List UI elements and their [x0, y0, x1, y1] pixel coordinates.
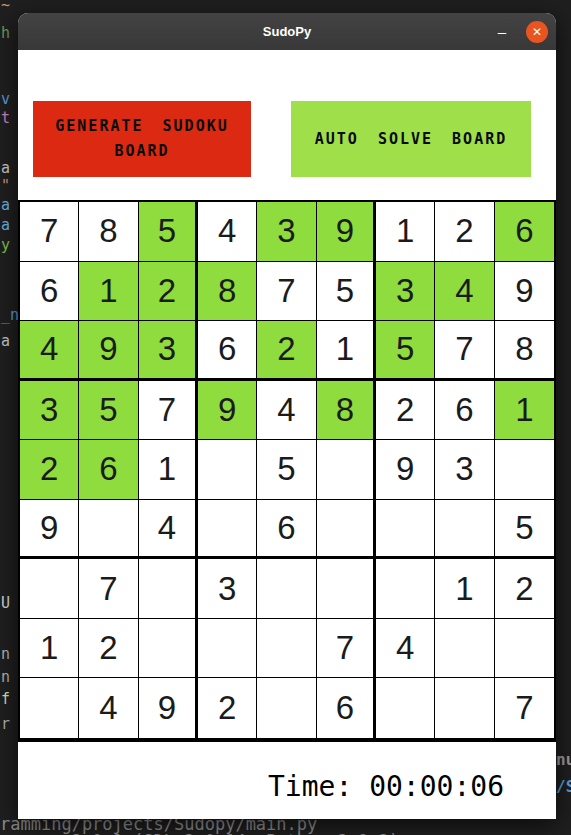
editor-code-char: a	[1, 332, 10, 350]
sudoku-cell[interactable]: 5	[139, 202, 198, 262]
sudoku-cell[interactable]: 2	[198, 678, 257, 738]
sudoku-cell[interactable]: 5	[317, 262, 376, 322]
window-controls: – ✕	[491, 13, 548, 50]
sudoku-cell[interactable]: 7	[20, 202, 79, 262]
sudoku-cell[interactable]: 1	[317, 321, 376, 381]
editor-code-char: U	[1, 594, 10, 612]
sudoku-cell[interactable]: 1	[435, 559, 494, 619]
sudoku-cell[interactable]: 8	[317, 381, 376, 441]
sudoku-cell[interactable]	[139, 559, 198, 619]
generate-board-button[interactable]: GENERATE SUDOKU BOARD	[33, 101, 251, 177]
close-button[interactable]: ✕	[526, 21, 548, 43]
sudoku-cell[interactable]: 9	[198, 381, 257, 441]
sudoku-cell[interactable]	[495, 440, 554, 500]
editor-code-char: t	[1, 109, 10, 127]
sudoku-cell[interactable]: 9	[317, 202, 376, 262]
sudoku-cell[interactable]	[495, 619, 554, 679]
window-content: GENERATE SUDOKU BOARD AUTO SOLVE BOARD 7…	[18, 50, 556, 819]
sudoku-cell[interactable]: 7	[79, 559, 138, 619]
sudoku-cell[interactable]	[376, 559, 435, 619]
editor-code-char: a	[1, 216, 10, 234]
editor-code-char: v	[1, 90, 10, 108]
editor-code-char: _n	[1, 306, 19, 324]
sudoku-cell[interactable]: 9	[376, 440, 435, 500]
editor-code-char: a	[1, 159, 10, 177]
sudoku-cell[interactable]	[317, 500, 376, 560]
sudoku-cell[interactable]	[317, 440, 376, 500]
editor-text-fragment: /S	[556, 777, 571, 796]
sudoku-cell[interactable]: 9	[495, 262, 554, 322]
sudoku-cell[interactable]: 9	[79, 321, 138, 381]
sudoku-cell[interactable]	[198, 500, 257, 560]
sudoku-cell[interactable]: 2	[139, 262, 198, 322]
editor-text-fragment: nu	[556, 750, 571, 769]
sudoku-cell[interactable]: 1	[495, 381, 554, 441]
auto-solve-button[interactable]: AUTO SOLVE BOARD	[291, 101, 531, 177]
sudoku-cell[interactable]: 3	[257, 202, 316, 262]
sudoku-cell[interactable]	[317, 559, 376, 619]
sudoku-cell[interactable]	[376, 500, 435, 560]
sudoku-cell[interactable]: 6	[257, 500, 316, 560]
sudoku-cell[interactable]: 8	[495, 321, 554, 381]
sudoku-cell[interactable]: 7	[257, 262, 316, 322]
sudoku-cell[interactable]: 6	[198, 321, 257, 381]
sudoku-cell[interactable]: 4	[139, 500, 198, 560]
editor-code-char: n	[1, 645, 10, 663]
sudoku-cell[interactable]: 4	[79, 678, 138, 738]
editor-code-char: a	[1, 196, 10, 214]
action-buttons-row: GENERATE SUDOKU BOARD AUTO SOLVE BOARD	[18, 101, 556, 177]
sudoku-cell[interactable]: 4	[198, 202, 257, 262]
sudoku-cell[interactable]: 4	[20, 321, 79, 381]
sudoku-cell[interactable]: 6	[435, 381, 494, 441]
sudoku-cell[interactable]: 2	[257, 321, 316, 381]
sudoku-cell[interactable]: 1	[376, 202, 435, 262]
sudoku-cell[interactable]	[376, 678, 435, 738]
sudoku-cell[interactable]: 2	[495, 559, 554, 619]
sudoku-cell[interactable]	[139, 619, 198, 679]
sudoku-cell[interactable]: 5	[79, 381, 138, 441]
sudoku-cell[interactable]	[435, 678, 494, 738]
close-icon: ✕	[532, 21, 542, 43]
sudoku-board: 7854391266128753494936215783579482612615…	[18, 200, 556, 742]
console-pygame-line: pygame 2.0.1 (SDL 2.0.14, Python 3.9.2)	[0, 831, 399, 835]
sudoku-cell[interactable]: 2	[20, 440, 79, 500]
sudoku-cell[interactable]	[257, 559, 316, 619]
sudoku-cell[interactable]: 9	[139, 678, 198, 738]
minimize-button[interactable]: –	[491, 21, 513, 43]
sudoku-cell[interactable]: 3	[139, 321, 198, 381]
timer-bar: Time: 00:00:06	[18, 742, 556, 819]
sudoku-cell[interactable]: 7	[139, 381, 198, 441]
sudoku-cell[interactable]	[257, 678, 316, 738]
sudoku-cell[interactable]: 2	[435, 202, 494, 262]
sudoku-cell[interactable]	[198, 619, 257, 679]
sudoku-cell[interactable]: 3	[20, 381, 79, 441]
sudoku-cell[interactable]: 5	[495, 500, 554, 560]
editor-code-char: n	[1, 668, 10, 686]
sudoku-cell[interactable]	[79, 500, 138, 560]
sudoku-cell[interactable]: 7	[435, 321, 494, 381]
sudoku-cell[interactable]: 1	[79, 262, 138, 322]
sudoku-cell[interactable]	[435, 619, 494, 679]
sudoku-cell[interactable]: 6	[495, 202, 554, 262]
sudoku-cell[interactable]: 2	[79, 619, 138, 679]
sudoku-cell[interactable]: 6	[79, 440, 138, 500]
sudoku-cell[interactable]: 9	[20, 500, 79, 560]
sudoku-cell[interactable]: 5	[376, 321, 435, 381]
timer-label: Time: 00:00:06	[268, 770, 504, 803]
sudoku-cell[interactable]: 1	[139, 440, 198, 500]
window-title: SudoPy	[18, 24, 556, 39]
sudoku-cell[interactable]	[435, 500, 494, 560]
sudoku-cell[interactable]	[20, 678, 79, 738]
editor-code-char: ~	[1, 0, 10, 14]
sudoku-cell[interactable]: 4	[435, 262, 494, 322]
editor-code-char: "	[1, 177, 10, 195]
sudoku-cell[interactable]: 4	[376, 619, 435, 679]
sudoku-cell[interactable]	[20, 559, 79, 619]
editor-code-char: h	[1, 24, 10, 42]
sudoku-cell[interactable]	[198, 440, 257, 500]
sudoku-cell[interactable]: 7	[317, 619, 376, 679]
sudoku-cell[interactable]: 6	[20, 262, 79, 322]
sudoku-cell[interactable]: 1	[20, 619, 79, 679]
board-wrapper: 7854391266128753494936215783579482612615…	[18, 200, 556, 742]
sudoku-cell[interactable]: 3	[435, 440, 494, 500]
sudoku-cell[interactable]: 6	[317, 678, 376, 738]
sudoku-cell[interactable]: 8	[79, 202, 138, 262]
sudoku-cell[interactable]: 3	[198, 559, 257, 619]
sudoku-cell[interactable]: 7	[495, 678, 554, 738]
sudoku-cell[interactable]: 2	[376, 381, 435, 441]
sudoku-cell[interactable]: 3	[376, 262, 435, 322]
window-titlebar[interactable]: SudoPy – ✕	[18, 13, 556, 50]
sudoku-cell[interactable]: 5	[257, 440, 316, 500]
editor-code-char: f	[1, 690, 10, 708]
sudoku-cell[interactable]: 8	[198, 262, 257, 322]
sudoku-cell[interactable]: 4	[257, 381, 316, 441]
editor-code-char: y	[1, 236, 10, 254]
editor-code-char: r	[1, 715, 10, 733]
sudoku-cell[interactable]	[257, 619, 316, 679]
sudopy-window: SudoPy – ✕ GENERATE SUDOKU BOARD AUTO SO…	[18, 13, 556, 819]
